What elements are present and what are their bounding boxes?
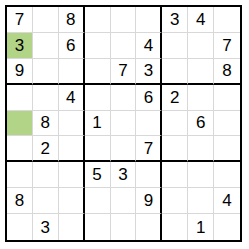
- cell-r5c8[interactable]: 6: [188, 111, 214, 137]
- cell-r6c9[interactable]: [214, 136, 240, 162]
- cell-r4c6[interactable]: 6: [136, 85, 162, 111]
- cell-r5c7[interactable]: [162, 111, 188, 137]
- cell-r2c2[interactable]: [33, 33, 59, 59]
- cell-r4c8[interactable]: [188, 85, 214, 111]
- cell-r2c6[interactable]: 4: [136, 33, 162, 59]
- cell-r9c9[interactable]: [214, 214, 240, 240]
- cell-r5c1[interactable]: [7, 111, 33, 137]
- cell-r8c5[interactable]: [111, 188, 137, 214]
- cell-r5c2[interactable]: 8: [33, 111, 59, 137]
- cell-r2c3[interactable]: 6: [59, 33, 85, 59]
- cell-r6c1[interactable]: [7, 136, 33, 162]
- cell-r1c2[interactable]: [33, 7, 59, 33]
- cell-r1c5[interactable]: [111, 7, 137, 33]
- cell-r8c9[interactable]: 4: [214, 188, 240, 214]
- cell-r5c9[interactable]: [214, 111, 240, 137]
- cell-r3c2[interactable]: [33, 59, 59, 85]
- cell-r3c8[interactable]: [188, 59, 214, 85]
- cell-r8c2[interactable]: [33, 188, 59, 214]
- cell-r8c4[interactable]: [85, 188, 111, 214]
- cell-r2c8[interactable]: [188, 33, 214, 59]
- cell-r3c7[interactable]: [162, 59, 188, 85]
- cell-r7c8[interactable]: [188, 162, 214, 188]
- cell-r3c1[interactable]: 9: [7, 59, 33, 85]
- cell-r7c4[interactable]: 5: [85, 162, 111, 188]
- cell-r2c7[interactable]: [162, 33, 188, 59]
- cell-r7c1[interactable]: [7, 162, 33, 188]
- cell-r7c9[interactable]: [214, 162, 240, 188]
- cell-r1c8[interactable]: 4: [188, 7, 214, 33]
- cell-r2c4[interactable]: [85, 33, 111, 59]
- cell-r6c7[interactable]: [162, 136, 188, 162]
- cell-r4c7[interactable]: 2: [162, 85, 188, 111]
- sudoku-page: 783436479738462816275389431: [0, 0, 249, 249]
- cell-r9c4[interactable]: [85, 214, 111, 240]
- cell-r9c8[interactable]: 1: [188, 214, 214, 240]
- cell-r1c4[interactable]: [85, 7, 111, 33]
- cell-r7c2[interactable]: [33, 162, 59, 188]
- cell-r1c1[interactable]: 7: [7, 7, 33, 33]
- cell-r1c6[interactable]: [136, 7, 162, 33]
- cell-r7c7[interactable]: [162, 162, 188, 188]
- cell-r4c5[interactable]: [111, 85, 137, 111]
- cell-r6c2[interactable]: 2: [33, 136, 59, 162]
- sudoku-board: 783436479738462816275389431: [5, 5, 242, 242]
- cell-r6c3[interactable]: [59, 136, 85, 162]
- cell-r9c5[interactable]: [111, 214, 137, 240]
- cell-r6c8[interactable]: [188, 136, 214, 162]
- cell-r8c6[interactable]: 9: [136, 188, 162, 214]
- cell-r6c4[interactable]: [85, 136, 111, 162]
- cell-r6c6[interactable]: 7: [136, 136, 162, 162]
- cell-r4c1[interactable]: [7, 85, 33, 111]
- cell-r3c4[interactable]: [85, 59, 111, 85]
- cell-r7c5[interactable]: 3: [111, 162, 137, 188]
- cell-r3c9[interactable]: 8: [214, 59, 240, 85]
- cell-r5c6[interactable]: [136, 111, 162, 137]
- cell-r8c1[interactable]: 8: [7, 188, 33, 214]
- cell-r4c4[interactable]: [85, 85, 111, 111]
- cell-r3c3[interactable]: [59, 59, 85, 85]
- cell-r9c2[interactable]: 3: [33, 214, 59, 240]
- cell-r6c5[interactable]: [111, 136, 137, 162]
- cell-r4c3[interactable]: 4: [59, 85, 85, 111]
- cell-r1c9[interactable]: [214, 7, 240, 33]
- cell-r9c3[interactable]: [59, 214, 85, 240]
- cell-r8c7[interactable]: [162, 188, 188, 214]
- cell-r2c5[interactable]: [111, 33, 137, 59]
- cell-r5c3[interactable]: [59, 111, 85, 137]
- cell-r3c6[interactable]: 3: [136, 59, 162, 85]
- cell-r2c9[interactable]: 7: [214, 33, 240, 59]
- cell-r2c1[interactable]: 3: [7, 33, 33, 59]
- cell-r9c6[interactable]: [136, 214, 162, 240]
- cell-r9c1[interactable]: [7, 214, 33, 240]
- cell-r9c7[interactable]: [162, 214, 188, 240]
- cell-r8c3[interactable]: [59, 188, 85, 214]
- cell-r8c8[interactable]: [188, 188, 214, 214]
- cell-r4c9[interactable]: [214, 85, 240, 111]
- cell-r1c3[interactable]: 8: [59, 7, 85, 33]
- cell-r4c2[interactable]: [33, 85, 59, 111]
- cell-r5c5[interactable]: [111, 111, 137, 137]
- cell-r7c6[interactable]: [136, 162, 162, 188]
- cell-r1c7[interactable]: 3: [162, 7, 188, 33]
- cell-r5c4[interactable]: 1: [85, 111, 111, 137]
- cell-r3c5[interactable]: 7: [111, 59, 137, 85]
- cell-r7c3[interactable]: [59, 162, 85, 188]
